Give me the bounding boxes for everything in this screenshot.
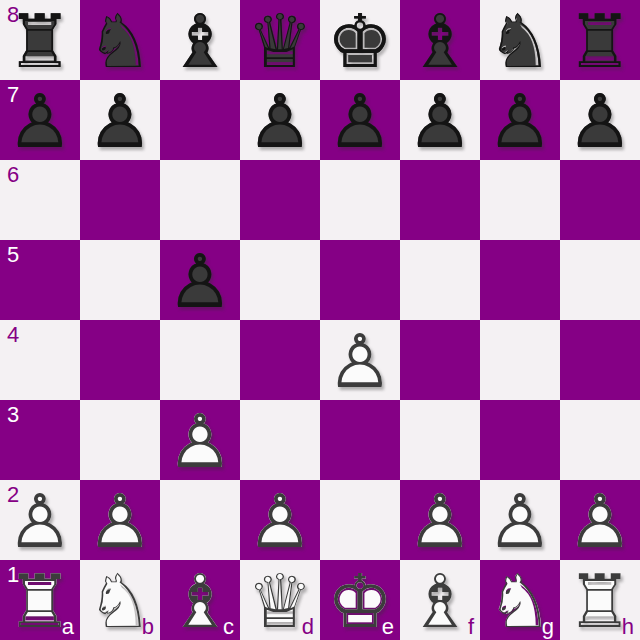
square-b4[interactable] xyxy=(80,320,160,400)
square-g2[interactable]: ♟ xyxy=(480,480,560,560)
black-king[interactable]: ♚ xyxy=(320,0,400,80)
square-c1[interactable]: ♝c xyxy=(160,560,240,640)
black-pawn[interactable]: ♟ xyxy=(480,80,560,160)
square-a1[interactable]: ♜1a xyxy=(0,560,80,640)
white-pawn[interactable]: ♟ xyxy=(480,480,560,560)
square-e6[interactable] xyxy=(320,160,400,240)
square-h6[interactable] xyxy=(560,160,640,240)
white-knight[interactable]: ♞ xyxy=(480,560,560,640)
square-h1[interactable]: ♜h xyxy=(560,560,640,640)
square-e1[interactable]: ♚e xyxy=(320,560,400,640)
black-pawn[interactable]: ♟ xyxy=(80,80,160,160)
square-b5[interactable] xyxy=(80,240,160,320)
square-h8[interactable]: ♜ xyxy=(560,0,640,80)
square-c6[interactable] xyxy=(160,160,240,240)
square-c5[interactable]: ♟ xyxy=(160,240,240,320)
square-e5[interactable] xyxy=(320,240,400,320)
square-d1[interactable]: ♛d xyxy=(240,560,320,640)
black-knight[interactable]: ♞ xyxy=(80,0,160,80)
square-c2[interactable] xyxy=(160,480,240,560)
black-bishop[interactable]: ♝ xyxy=(400,0,480,80)
square-c3[interactable]: ♟ xyxy=(160,400,240,480)
square-g3[interactable] xyxy=(480,400,560,480)
white-pawn[interactable]: ♟ xyxy=(80,480,160,560)
white-king[interactable]: ♚ xyxy=(320,560,400,640)
square-d7[interactable]: ♟ xyxy=(240,80,320,160)
white-bishop[interactable]: ♝ xyxy=(400,560,480,640)
rank-label-6: 6 xyxy=(7,164,19,186)
square-g8[interactable]: ♞ xyxy=(480,0,560,80)
square-h2[interactable]: ♟ xyxy=(560,480,640,560)
square-h5[interactable] xyxy=(560,240,640,320)
square-c8[interactable]: ♝ xyxy=(160,0,240,80)
square-d8[interactable]: ♛ xyxy=(240,0,320,80)
square-a4[interactable]: 4 xyxy=(0,320,80,400)
white-pawn[interactable]: ♟ xyxy=(160,400,240,480)
square-g5[interactable] xyxy=(480,240,560,320)
square-f1[interactable]: ♝f xyxy=(400,560,480,640)
square-g6[interactable] xyxy=(480,160,560,240)
square-c7[interactable] xyxy=(160,80,240,160)
square-a3[interactable]: 3 xyxy=(0,400,80,480)
white-pawn[interactable]: ♟ xyxy=(400,480,480,560)
square-f7[interactable]: ♟ xyxy=(400,80,480,160)
square-e3[interactable] xyxy=(320,400,400,480)
black-knight[interactable]: ♞ xyxy=(480,0,560,80)
square-e4[interactable]: ♟ xyxy=(320,320,400,400)
white-bishop[interactable]: ♝ xyxy=(160,560,240,640)
square-f3[interactable] xyxy=(400,400,480,480)
square-b2[interactable]: ♟ xyxy=(80,480,160,560)
square-g4[interactable] xyxy=(480,320,560,400)
square-a7[interactable]: ♟7 xyxy=(0,80,80,160)
black-rook[interactable]: ♜ xyxy=(0,0,80,80)
square-b3[interactable] xyxy=(80,400,160,480)
square-h4[interactable] xyxy=(560,320,640,400)
square-b8[interactable]: ♞ xyxy=(80,0,160,80)
black-pawn[interactable]: ♟ xyxy=(0,80,80,160)
square-e2[interactable] xyxy=(320,480,400,560)
square-d4[interactable] xyxy=(240,320,320,400)
square-f5[interactable] xyxy=(400,240,480,320)
square-e8[interactable]: ♚ xyxy=(320,0,400,80)
black-pawn[interactable]: ♟ xyxy=(320,80,400,160)
rank-label-5: 5 xyxy=(7,244,19,266)
black-pawn[interactable]: ♟ xyxy=(240,80,320,160)
white-pawn[interactable]: ♟ xyxy=(0,480,80,560)
rank-label-4: 4 xyxy=(7,324,19,346)
square-d6[interactable] xyxy=(240,160,320,240)
square-a8[interactable]: ♜8 xyxy=(0,0,80,80)
square-b7[interactable]: ♟ xyxy=(80,80,160,160)
white-pawn[interactable]: ♟ xyxy=(560,480,640,560)
square-g7[interactable]: ♟ xyxy=(480,80,560,160)
black-queen[interactable]: ♛ xyxy=(240,0,320,80)
white-rook[interactable]: ♜ xyxy=(0,560,80,640)
square-a6[interactable]: 6 xyxy=(0,160,80,240)
square-f2[interactable]: ♟ xyxy=(400,480,480,560)
white-rook[interactable]: ♜ xyxy=(560,560,640,640)
square-d5[interactable] xyxy=(240,240,320,320)
black-bishop[interactable]: ♝ xyxy=(160,0,240,80)
square-a5[interactable]: 5 xyxy=(0,240,80,320)
square-b6[interactable] xyxy=(80,160,160,240)
chess-board: ♜8♞♝♛♚♝♞♜♟7♟♟♟♟♟♟65♟4♟3♟♟2♟♟♟♟♟♜1a♞b♝c♛d… xyxy=(0,0,640,640)
square-g1[interactable]: ♞g xyxy=(480,560,560,640)
white-pawn[interactable]: ♟ xyxy=(320,320,400,400)
square-h7[interactable]: ♟ xyxy=(560,80,640,160)
white-queen[interactable]: ♛ xyxy=(240,560,320,640)
square-e7[interactable]: ♟ xyxy=(320,80,400,160)
square-a2[interactable]: ♟2 xyxy=(0,480,80,560)
black-pawn[interactable]: ♟ xyxy=(560,80,640,160)
square-f8[interactable]: ♝ xyxy=(400,0,480,80)
white-knight[interactable]: ♞ xyxy=(80,560,160,640)
white-pawn[interactable]: ♟ xyxy=(240,480,320,560)
black-pawn[interactable]: ♟ xyxy=(400,80,480,160)
square-f6[interactable] xyxy=(400,160,480,240)
square-f4[interactable] xyxy=(400,320,480,400)
rank-label-3: 3 xyxy=(7,404,19,426)
black-rook[interactable]: ♜ xyxy=(560,0,640,80)
square-c4[interactable] xyxy=(160,320,240,400)
square-d3[interactable] xyxy=(240,400,320,480)
square-d2[interactable]: ♟ xyxy=(240,480,320,560)
square-b1[interactable]: ♞b xyxy=(80,560,160,640)
black-pawn[interactable]: ♟ xyxy=(160,240,240,320)
square-h3[interactable] xyxy=(560,400,640,480)
